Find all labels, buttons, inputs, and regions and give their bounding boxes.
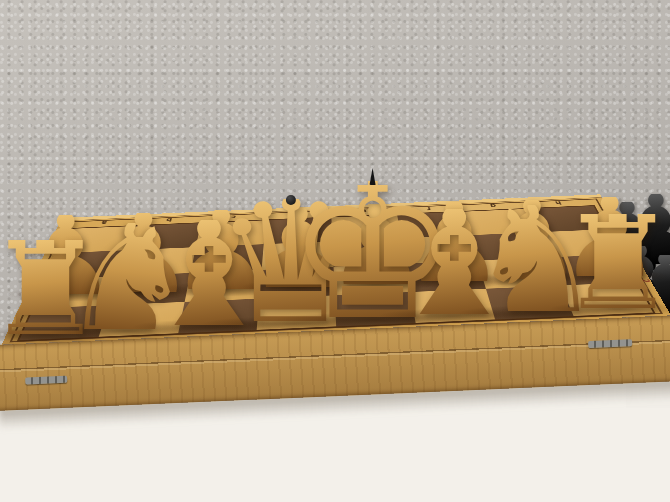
square-c3[interactable] — [190, 244, 264, 273]
square-b1[interactable] — [99, 302, 185, 337]
square-e3[interactable] — [332, 238, 405, 267]
square-d1[interactable] — [257, 295, 336, 330]
file-label-a: a — [100, 220, 107, 224]
square-g3[interactable] — [469, 232, 548, 260]
square-b3[interactable] — [118, 247, 195, 276]
file-label-g: g — [490, 203, 497, 207]
square-c1[interactable] — [178, 298, 260, 333]
square-e2[interactable] — [334, 264, 411, 295]
square-e1[interactable] — [335, 292, 416, 327]
square-h4[interactable] — [528, 206, 606, 232]
board-squares — [19, 206, 653, 340]
square-b2[interactable] — [109, 273, 190, 305]
square-d3[interactable] — [262, 241, 334, 270]
square-e4[interactable] — [331, 215, 401, 241]
file-label-h: h — [554, 201, 562, 205]
square-d4[interactable] — [264, 217, 332, 244]
file-label-f: f — [426, 206, 430, 210]
hinge-right-icon — [588, 339, 632, 348]
photo-scene: ♟♟♟♟ abcdefgh 2 ♟♟♟♟♟♟♟♟♜♞♝♛♚♝♞♜ — [0, 0, 670, 502]
square-f2[interactable] — [405, 260, 485, 291]
square-a4[interactable] — [59, 226, 135, 253]
square-f4[interactable] — [397, 212, 469, 238]
square-h2[interactable] — [549, 254, 636, 285]
file-label-e: e — [361, 209, 367, 213]
file-label-c: c — [231, 215, 236, 219]
side-rank-mark: 2 — [639, 279, 652, 283]
square-c4[interactable] — [195, 220, 265, 247]
hinge-left-icon — [25, 376, 67, 385]
chess-box: abcdefgh 2 — [0, 0, 670, 502]
square-d2[interactable] — [260, 267, 335, 299]
square-g4[interactable] — [462, 209, 537, 235]
file-label-b: b — [165, 217, 172, 221]
square-b4[interactable] — [127, 223, 200, 250]
square-a3[interactable] — [47, 250, 127, 279]
file-label-d: d — [296, 212, 302, 216]
square-c2[interactable] — [184, 270, 262, 302]
square-h3[interactable] — [538, 229, 621, 257]
square-a2[interactable] — [34, 276, 119, 308]
square-g1[interactable] — [485, 285, 573, 319]
square-g2[interactable] — [477, 257, 561, 288]
square-a1[interactable] — [19, 305, 109, 340]
square-f3[interactable] — [401, 235, 477, 264]
square-f1[interactable] — [410, 288, 495, 322]
square-h1[interactable] — [561, 282, 653, 316]
